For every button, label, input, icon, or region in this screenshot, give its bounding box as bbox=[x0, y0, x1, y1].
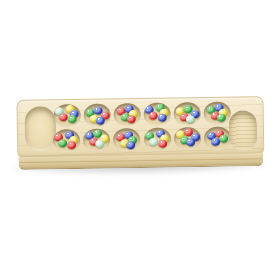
pit-bottom-6[interactable] bbox=[204, 127, 231, 150]
pit-bottom-4[interactable] bbox=[144, 128, 171, 151]
bead-blue bbox=[126, 141, 135, 149]
pit-top-4[interactable] bbox=[143, 103, 170, 126]
pit-top-1[interactable] bbox=[53, 104, 80, 127]
bead-red bbox=[67, 141, 76, 149]
pit-top-2[interactable] bbox=[83, 103, 110, 126]
bead-blue bbox=[157, 113, 166, 121]
bead-green bbox=[67, 115, 76, 123]
store-right bbox=[229, 110, 258, 151]
bead-red bbox=[148, 111, 157, 119]
bead-blue bbox=[211, 137, 220, 145]
pit-top-5[interactable] bbox=[173, 102, 200, 125]
bead-green bbox=[219, 134, 228, 142]
bead-blue bbox=[186, 138, 195, 146]
bead-green bbox=[216, 113, 225, 121]
bead-blue bbox=[95, 116, 104, 124]
bead-red bbox=[58, 113, 67, 121]
bead-teal bbox=[149, 137, 158, 145]
bead-green bbox=[58, 139, 67, 147]
bead-red bbox=[126, 115, 135, 123]
product-photo-stage bbox=[0, 0, 280, 280]
pit-row-bottom bbox=[51, 126, 233, 154]
pit-top-3[interactable] bbox=[113, 103, 140, 126]
pit-bottom-3[interactable] bbox=[113, 128, 140, 151]
pit-bottom-1[interactable] bbox=[53, 129, 80, 152]
board-top-surface bbox=[16, 96, 264, 159]
mancala-board bbox=[16, 96, 264, 170]
pit-top-6[interactable] bbox=[203, 102, 230, 125]
pit-bottom-2[interactable] bbox=[83, 128, 110, 151]
bead-teal bbox=[185, 115, 194, 123]
bead-teal bbox=[95, 139, 104, 147]
pit-bottom-5[interactable] bbox=[174, 127, 201, 150]
pit-row-top bbox=[52, 101, 232, 129]
bead-red bbox=[158, 139, 167, 147]
